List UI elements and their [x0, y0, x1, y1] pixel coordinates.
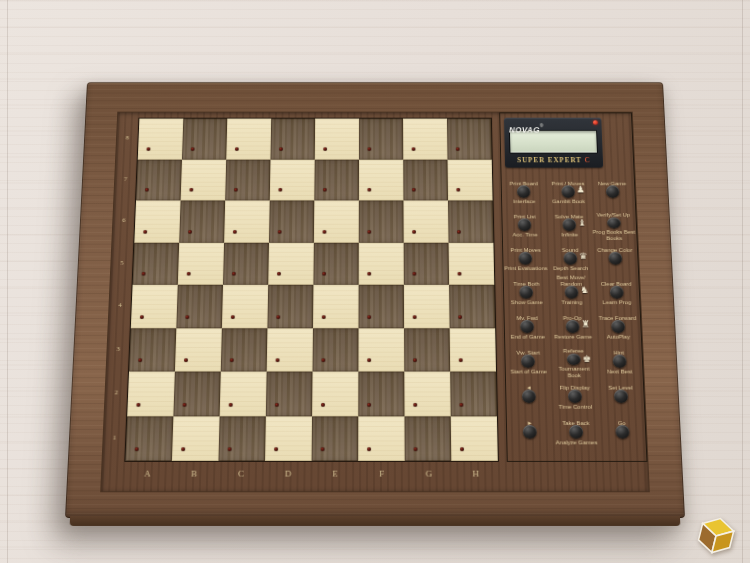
square-led	[412, 188, 416, 192]
photo-scene: 87654321 ABCDEFGH NOVAG® SUPER EXPERTC	[0, 0, 750, 563]
pro-op-button[interactable]	[566, 320, 580, 333]
square-led	[456, 147, 460, 151]
square-led	[232, 272, 236, 276]
square-led	[187, 272, 191, 276]
referee-button[interactable]	[567, 353, 581, 365]
square-c8[interactable]	[226, 119, 271, 160]
square-a5[interactable]	[133, 242, 180, 284]
square-h2[interactable]	[450, 372, 497, 416]
square-led	[321, 358, 325, 362]
key-label-bottom: Tournament Book	[552, 366, 597, 378]
file-label-b: B	[170, 466, 218, 488]
model-label: SUPER EXPERTC	[510, 156, 599, 164]
key-cell: Mv. FwdEnd of Game	[504, 309, 550, 344]
square-led	[459, 402, 463, 406]
print-moves-button[interactable]	[519, 252, 533, 265]
square-b6[interactable]	[179, 200, 225, 242]
square-led	[138, 358, 142, 362]
square-led	[228, 447, 232, 451]
square-led	[323, 230, 327, 234]
square-h7[interactable]	[448, 159, 493, 200]
square-led	[233, 230, 237, 234]
square-g5[interactable]	[404, 242, 449, 284]
key-cell: Set Level	[597, 378, 644, 413]
square-a2[interactable]	[127, 372, 175, 416]
square-c2[interactable]	[220, 372, 267, 416]
rank-label-8: 8	[116, 118, 138, 159]
square-g7[interactable]	[403, 159, 448, 200]
square-led	[412, 230, 416, 234]
square-g4[interactable]	[404, 285, 450, 328]
square-c6[interactable]	[224, 200, 270, 242]
clear-board-button[interactable]	[609, 286, 623, 299]
square-d2[interactable]	[266, 372, 313, 416]
sensor-field: 87654321 ABCDEFGH NOVAG® SUPER EXPERTC	[100, 112, 650, 493]
key-cell: Clear BoardLearn Prog	[593, 275, 639, 309]
square-c3[interactable]	[221, 328, 268, 372]
square-led	[135, 447, 139, 451]
rank-label-7: 7	[114, 158, 137, 199]
square-h4[interactable]	[449, 285, 495, 328]
square-led	[459, 358, 463, 362]
key-label-bottom: Interface	[502, 199, 546, 205]
key-label-bottom: Depth Search	[549, 266, 593, 272]
key-cell: New Game	[590, 175, 636, 208]
key-cell: RefereeTournament Book♚	[551, 343, 598, 378]
file-label-a: A	[123, 466, 171, 488]
square-led	[278, 230, 282, 234]
square-led	[278, 188, 282, 192]
key-grid: Print BoardInterfacePrint / MovesGambit …	[502, 175, 646, 450]
file-label-f: F	[358, 466, 405, 488]
square-led	[276, 358, 280, 362]
square-led	[185, 315, 189, 319]
chess-computer: 87654321 ABCDEFGH NOVAG® SUPER EXPERTC	[65, 82, 685, 518]
key-cell: Change Color	[592, 241, 638, 275]
square-c7[interactable]	[225, 159, 270, 200]
key-row-4: Time BothShow GameBest Move/ RandomTrain…	[504, 275, 640, 309]
key-cell: Print ListAcc. Time	[502, 208, 547, 241]
key-cell: Verify/Set UpProg Books Best Books	[591, 208, 637, 241]
key-label-bottom: Next Best	[597, 369, 642, 375]
square-d6[interactable]	[269, 200, 314, 242]
square-led	[413, 402, 417, 406]
bishop-icon: ♝	[578, 218, 587, 227]
key-row-5: Mv. FwdEnd of GamePro-OpRestore Game♜Tra…	[504, 309, 641, 344]
board-squares	[124, 118, 499, 462]
key-label-top: Verify/Set Up	[591, 208, 635, 218]
pawn-icon: ♟	[576, 185, 585, 194]
square-h5[interactable]	[449, 242, 495, 284]
square-e3[interactable]	[313, 328, 359, 372]
file-labels: ABCDEFGH	[123, 466, 499, 488]
key-cell: Best Move/ RandomTraining♞	[549, 275, 595, 309]
key-label-bottom: Analyze Games	[554, 440, 600, 446]
brand-row: NOVAG®	[509, 120, 597, 130]
key-cell: SoundDepth Search♛	[548, 241, 594, 275]
watermark-cube-icon	[692, 515, 740, 557]
square-b2[interactable]	[173, 372, 220, 416]
square-e6[interactable]	[314, 200, 359, 242]
square-a8[interactable]	[138, 119, 184, 160]
key-label-bottom: Training	[550, 300, 595, 306]
square-h1[interactable]	[451, 416, 498, 461]
file-label-d: D	[264, 466, 311, 488]
trace-forward-button[interactable]	[611, 320, 625, 333]
new-game-button[interactable]	[605, 185, 619, 197]
square-led	[322, 272, 326, 276]
key-row-7: ◄Flip DisplayTime ControlSet Level	[506, 378, 644, 413]
best-move-random-button[interactable]	[565, 286, 579, 299]
square-e2[interactable]	[312, 372, 358, 416]
square-led	[367, 147, 371, 151]
square-led	[458, 272, 462, 276]
square-led	[321, 447, 325, 451]
square-f2[interactable]	[358, 372, 404, 416]
key-label-top: Referee	[551, 343, 596, 354]
square-f6[interactable]	[359, 200, 404, 242]
rank-label-2: 2	[105, 371, 128, 415]
square-led	[414, 447, 418, 451]
sound-button[interactable]	[563, 252, 577, 265]
print-list-button[interactable]	[518, 218, 532, 231]
square-led	[235, 147, 239, 151]
square-led	[413, 358, 417, 362]
square-led	[367, 188, 371, 192]
lcd-module: NOVAG® SUPER EXPERTC	[504, 118, 603, 168]
change-color-button[interactable]	[608, 252, 622, 265]
file-label-c: C	[217, 466, 264, 488]
solve-mate-button[interactable]	[562, 218, 576, 231]
square-led	[323, 147, 327, 151]
square-e8[interactable]	[315, 119, 359, 160]
print-board-button[interactable]	[517, 185, 531, 197]
square-led	[413, 315, 417, 319]
square-led	[276, 315, 280, 319]
square-led	[189, 188, 193, 192]
square-e7[interactable]	[314, 159, 359, 200]
square-led	[140, 315, 144, 319]
rook-icon: ♜	[581, 320, 590, 329]
square-led	[231, 315, 235, 319]
key-label-bottom: Gambit Book	[547, 199, 591, 205]
square-led	[279, 147, 283, 151]
square-led	[458, 315, 462, 319]
square-led	[367, 447, 371, 451]
square-a3[interactable]	[129, 328, 176, 372]
registered-mark: ®	[540, 123, 544, 128]
square-led	[234, 188, 238, 192]
square-led	[367, 402, 371, 406]
key-label-bottom: Learn Prog	[595, 300, 640, 306]
square-a1[interactable]	[125, 416, 173, 461]
key-label-bottom: AutoPlay	[596, 334, 641, 340]
square-b1[interactable]	[172, 416, 220, 461]
square-d3[interactable]	[267, 328, 313, 372]
square-led	[367, 315, 371, 319]
key-cell: Time BothShow Game	[504, 275, 550, 309]
square-led	[322, 315, 326, 319]
key-row-6: Vw. StartStart of GameRefereeTournament …	[505, 343, 643, 378]
key-row-8: ►Take BackAnalyze GamesGo	[507, 413, 646, 449]
key-cell: Trace ForwardAutoPlay	[595, 309, 642, 344]
board-frame: 87654321 ABCDEFGH NOVAG® SUPER EXPERTC	[65, 82, 685, 518]
square-g2[interactable]	[404, 372, 450, 416]
square-f3[interactable]	[358, 328, 404, 372]
square-led	[230, 358, 234, 362]
key-label-bottom: Acc. Time	[503, 232, 547, 238]
replay-back-button[interactable]	[522, 390, 536, 403]
key-cell: Pro-OpRestore Game♜	[550, 309, 596, 344]
key-cell: ►	[507, 413, 554, 449]
key-cell: Take BackAnalyze Games	[553, 413, 600, 449]
key-label-bottom: Restore Game	[551, 334, 596, 340]
square-d4[interactable]	[267, 285, 313, 328]
key-label-bottom: Print Evaluations	[504, 266, 548, 272]
square-led	[191, 147, 195, 151]
square-led	[367, 358, 371, 362]
time-both-button[interactable]	[520, 286, 534, 299]
square-h3[interactable]	[450, 328, 496, 372]
square-led	[321, 402, 325, 406]
square-c5[interactable]	[223, 242, 269, 284]
file-label-h: H	[452, 466, 499, 488]
square-led	[456, 188, 460, 192]
square-led	[184, 358, 188, 362]
square-f7[interactable]	[359, 159, 404, 200]
king-icon: ♚	[582, 355, 591, 364]
square-f5[interactable]	[359, 242, 404, 284]
square-led	[183, 402, 187, 406]
take-back-button[interactable]	[569, 425, 583, 439]
square-f1[interactable]	[358, 416, 405, 461]
square-led	[136, 402, 140, 406]
verify-set-up-button[interactable]	[607, 217, 621, 228]
flip-display-button[interactable]	[568, 390, 582, 403]
hint-button[interactable]	[612, 355, 626, 368]
square-led	[142, 272, 146, 276]
square-led	[275, 402, 279, 406]
key-cell: ◄	[506, 378, 553, 413]
model-name: SUPER EXPERT	[517, 156, 582, 164]
square-h6[interactable]	[448, 200, 493, 242]
key-cell: Flip DisplayTime Control	[552, 378, 599, 413]
square-led	[147, 147, 151, 151]
key-cell: HintNext Best	[596, 343, 643, 378]
print-moves-button[interactable]	[561, 185, 575, 197]
square-led	[188, 230, 192, 234]
square-d8[interactable]	[270, 119, 315, 160]
key-label-bottom: Time Control	[553, 404, 598, 410]
vw-start-button[interactable]	[521, 355, 535, 368]
square-g6[interactable]	[403, 200, 448, 242]
queen-icon: ♛	[579, 252, 588, 261]
square-g8[interactable]	[403, 119, 447, 160]
square-led	[460, 447, 464, 451]
square-g3[interactable]	[404, 328, 450, 372]
key-row-1: Print BoardInterfacePrint / MovesGambit …	[502, 175, 636, 208]
key-label-bottom: Infinite	[548, 232, 592, 238]
key-label-bottom: End of Game	[505, 334, 550, 340]
key-row-3: Print MovesPrint EvaluationsSoundDepth S…	[503, 241, 638, 275]
power-led	[593, 120, 598, 124]
square-led	[145, 188, 149, 192]
model-version: C	[584, 156, 590, 164]
square-led	[229, 402, 233, 406]
square-led	[412, 147, 416, 151]
key-label-bottom: Show Game	[505, 300, 550, 306]
square-led	[323, 188, 327, 192]
go-button[interactable]	[615, 425, 629, 439]
square-h8[interactable]	[447, 119, 492, 160]
replay-forward-button[interactable]	[523, 425, 537, 439]
square-b8[interactable]	[182, 119, 227, 160]
square-led	[181, 447, 185, 451]
square-d7[interactable]	[270, 159, 315, 200]
square-b4[interactable]	[176, 285, 223, 328]
key-cell: Vw. StartStart of Game	[505, 343, 551, 378]
square-led	[367, 272, 371, 276]
key-row-2: Print ListAcc. TimeSolve MateInfinite♝Ve…	[502, 208, 636, 241]
key-cell: Go	[598, 413, 645, 449]
square-c1[interactable]	[218, 416, 265, 461]
key-cell: Solve MateInfinite♝	[547, 208, 593, 241]
square-b3[interactable]	[175, 328, 222, 372]
square-f8[interactable]	[359, 119, 403, 160]
square-led	[367, 230, 371, 234]
key-cell: Print BoardInterface	[502, 175, 547, 208]
square-a7[interactable]	[136, 159, 182, 200]
file-label-e: E	[311, 466, 358, 488]
square-d5[interactable]	[268, 242, 314, 284]
square-a4[interactable]	[131, 285, 178, 328]
rank-label-4: 4	[109, 284, 132, 327]
square-e4[interactable]	[313, 285, 359, 328]
square-a6[interactable]	[134, 200, 180, 242]
square-d1[interactable]	[265, 416, 312, 461]
square-g1[interactable]	[405, 416, 452, 461]
square-led	[143, 230, 147, 234]
key-cell: Print MovesPrint Evaluations	[503, 241, 549, 275]
square-c4[interactable]	[222, 285, 268, 328]
square-led	[412, 272, 416, 276]
key-cell: Print / MovesGambit Book♟	[546, 175, 591, 208]
key-label-bottom: Start of Game	[506, 369, 551, 375]
rank-label-6: 6	[112, 200, 135, 242]
square-led	[277, 272, 281, 276]
square-b7[interactable]	[181, 159, 227, 200]
square-e5[interactable]	[313, 242, 358, 284]
rank-label-1: 1	[103, 415, 127, 460]
rank-label-3: 3	[107, 327, 130, 371]
rank-label-5: 5	[110, 241, 133, 283]
control-panel: NOVAG® SUPER EXPERTC Print BoardInterfac…	[499, 112, 647, 461]
square-led	[274, 447, 278, 451]
set-level-button[interactable]	[614, 390, 628, 403]
square-led	[457, 230, 461, 234]
square-f4[interactable]	[359, 285, 405, 328]
square-e1[interactable]	[312, 416, 359, 461]
key-label-bottom: Prog Books Best Books	[592, 229, 636, 241]
mv-fwd-button[interactable]	[520, 320, 534, 333]
knight-icon: ♞	[580, 286, 589, 295]
file-label-g: G	[405, 466, 452, 488]
square-b5[interactable]	[178, 242, 224, 284]
brand-logo: NOVAG	[509, 125, 540, 134]
